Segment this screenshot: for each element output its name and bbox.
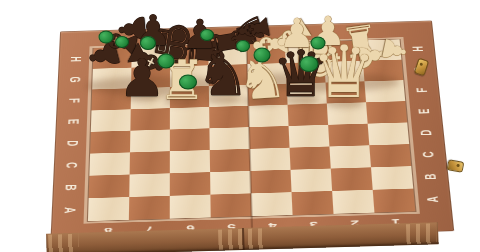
felt-base-pad	[300, 56, 319, 72]
brass-clasp-1	[414, 58, 429, 77]
felt-base-pad	[200, 29, 214, 41]
pieces-layer: ♟♝♟♚♝♜♜♞♟♟♝♝♝♚♜♟♟♟♟♟♜♞♞♛♛	[0, 0, 480, 252]
felt-base-pad	[140, 36, 156, 50]
felt-base-pad	[99, 31, 114, 44]
felt-base-pad	[179, 75, 197, 90]
felt-base-pad	[311, 37, 326, 50]
chess-set-photo: HGFEDCBA HGFEDCBA 87654321 ♟♝♟♚♝♜♜♞♟♟♝♝♝…	[0, 0, 480, 252]
felt-base-pad	[115, 36, 129, 48]
felt-base-pad	[236, 40, 250, 52]
brass-clasp-2	[447, 159, 465, 173]
felt-base-pad	[254, 48, 271, 63]
felt-base-pad	[158, 54, 175, 69]
